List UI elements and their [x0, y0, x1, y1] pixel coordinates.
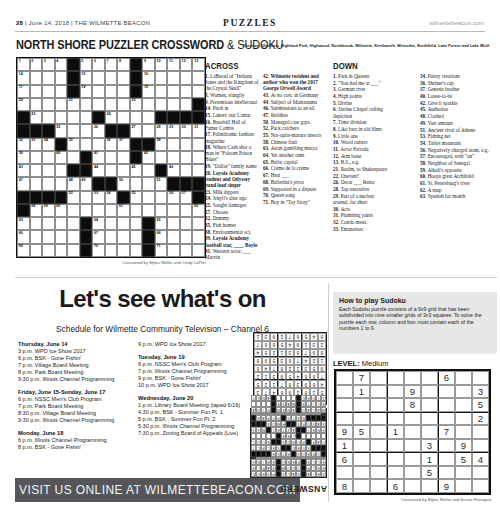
crossword-cell[interactable]: 34	[42, 138, 55, 151]
crossword-cell[interactable]	[30, 217, 43, 230]
crossword-cell[interactable]	[117, 151, 130, 164]
tv-day-header: Wednesday, June 20	[138, 395, 250, 402]
crossword-cell[interactable]	[155, 98, 168, 111]
sudoku-cell[interactable]	[370, 425, 387, 439]
crossword-cell[interactable]: 55	[130, 191, 143, 204]
crossword-cell[interactable]	[155, 151, 168, 164]
crossword-cell[interactable]	[192, 85, 205, 98]
sudoku-cell[interactable]	[455, 398, 472, 412]
crossword-cell[interactable]: 18	[80, 85, 93, 98]
tv-schedule-group: Wednesday, June 201 p.m. Library Board M…	[138, 395, 250, 437]
crossword-cell[interactable]: 46	[167, 164, 180, 177]
clue: 10. Wood cutters	[333, 139, 390, 145]
crossword-cell[interactable]	[67, 204, 80, 217]
crossword-cell[interactable]: 4	[55, 58, 68, 71]
sudoku-cell[interactable]	[455, 479, 472, 493]
sudoku-cell[interactable]	[336, 385, 353, 399]
crossword-cell[interactable]	[30, 98, 43, 111]
sudoku-cell[interactable]	[421, 479, 438, 493]
sudoku-cell[interactable]	[387, 452, 404, 466]
crossword-cell[interactable]: 32	[17, 138, 30, 151]
crossword-cell[interactable]	[155, 191, 168, 204]
clue-number: 3	[44, 59, 46, 64]
crossword-cell[interactable]: 17	[17, 85, 30, 98]
crossword-cell[interactable]: 40	[55, 151, 68, 164]
crossword-cell[interactable]	[105, 164, 118, 177]
crossword-cell[interactable]	[42, 111, 55, 124]
sudoku-cell[interactable]	[387, 398, 404, 412]
crossword-cell[interactable]	[142, 191, 155, 204]
sudoku-cell[interactable]	[353, 398, 370, 412]
crossword-cell[interactable]	[180, 151, 193, 164]
crossword-cell[interactable]: 11	[167, 58, 180, 71]
crossword-cell: E	[306, 459, 311, 465]
crossword-cell[interactable]: 9	[142, 58, 155, 71]
crossword-cell[interactable]: 63	[17, 217, 30, 230]
sudoku-cell[interactable]	[421, 425, 438, 439]
crossword-cell[interactable]	[30, 164, 43, 177]
sudoku-cell[interactable]	[370, 385, 387, 399]
crossword-cell[interactable]	[105, 204, 118, 217]
crossword-cell: D	[311, 395, 316, 401]
crossword-cell[interactable]: 15	[80, 71, 93, 84]
crossword-cell[interactable]	[42, 98, 55, 111]
crossword-cell[interactable]	[42, 71, 55, 84]
crossword-cell[interactable]	[55, 230, 68, 243]
crossword-cell[interactable]	[180, 71, 193, 84]
crossword-cell[interactable]	[192, 230, 205, 243]
crossword-cell[interactable]	[55, 217, 68, 230]
crossword-cell[interactable]: 33	[30, 138, 43, 151]
sudoku-cell[interactable]	[455, 412, 472, 426]
crossword-cell[interactable]	[55, 177, 68, 190]
crossword-cell[interactable]	[167, 85, 180, 98]
crossword-cell[interactable]	[105, 85, 118, 98]
crossword-cell[interactable]	[167, 217, 180, 230]
crossword-cell[interactable]: 62	[192, 204, 205, 217]
crossword-cell[interactable]: 25	[55, 124, 68, 137]
crossword-cell[interactable]	[42, 177, 55, 190]
sudoku-cell[interactable]	[472, 371, 489, 385]
crossword-cell[interactable]	[117, 85, 130, 98]
crossword-cell[interactable]	[167, 71, 180, 84]
crossword-cell[interactable]: 30	[180, 124, 193, 137]
sudoku-cell[interactable]	[387, 385, 404, 399]
crossword-cell[interactable]: 14	[17, 71, 30, 84]
crossword-cell[interactable]: 50	[117, 177, 130, 190]
crossword-cell[interactable]	[180, 98, 193, 111]
across-header: ACROSS	[205, 60, 238, 71]
crossword-cell[interactable]	[42, 151, 55, 164]
crossword-cell[interactable]: 66	[17, 230, 30, 243]
crossword-cell[interactable]	[55, 111, 68, 124]
crossword-cell	[311, 457, 316, 459]
sudoku-cell[interactable]	[438, 439, 455, 453]
crossword-cell[interactable]	[167, 98, 180, 111]
clue: 42. Wilmette resident and author who won…	[263, 73, 322, 91]
crossword-cell[interactable]	[142, 111, 155, 124]
crossword-cell[interactable]	[105, 244, 118, 257]
clue: 68. Ballerina's pivot	[263, 179, 322, 185]
crossword-cell: M	[281, 465, 286, 471]
crossword-black-cell	[130, 151, 143, 164]
crossword-cell[interactable]: 10	[155, 58, 168, 71]
crossword-cell[interactable]: 38	[155, 138, 168, 151]
crossword-cell[interactable]: 53	[92, 191, 105, 204]
crossword-cell[interactable]	[30, 230, 43, 243]
crossword-cell[interactable]: 23	[30, 111, 43, 124]
crossword-cell[interactable]: 52	[67, 191, 80, 204]
crossword-cell[interactable]: 65	[155, 217, 168, 230]
crossword-cell[interactable]	[42, 230, 55, 243]
crossword-cell[interactable]: 59	[42, 204, 55, 217]
crossword-cell[interactable]	[80, 124, 93, 137]
sudoku-cell[interactable]	[336, 466, 353, 480]
tv-schedule-group: Thursday, June 143 p.m. WPD Ice Show 201…	[18, 341, 136, 383]
sudoku-cell[interactable]	[336, 371, 353, 385]
sudoku-cell[interactable]	[421, 412, 438, 426]
clue: 47. Relishes	[263, 112, 322, 118]
sudoku-cell[interactable]	[353, 452, 370, 466]
crossword-black-cell	[276, 471, 281, 477]
crossword-cell[interactable]	[92, 98, 105, 111]
crossword-cell[interactable]: 24	[105, 111, 118, 124]
crossword-cell[interactable]	[67, 151, 80, 164]
crossword-cell[interactable]	[192, 217, 205, 230]
crossword-cell[interactable]	[92, 204, 105, 217]
across-clues-col2: 42. Wilmette resident and author who won…	[263, 73, 322, 206]
crossword-cell[interactable]: 60	[55, 204, 68, 217]
crossword-cell[interactable]	[192, 244, 205, 257]
sudoku-cell[interactable]	[472, 466, 489, 480]
crossword-cell[interactable]	[30, 71, 43, 84]
sudoku-cell[interactable]	[421, 398, 438, 412]
crossword-cell	[251, 413, 256, 415]
crossword-cell[interactable]	[105, 217, 118, 230]
sudoku-cell[interactable]	[404, 425, 421, 439]
crossword-cell[interactable]	[55, 164, 68, 177]
sudoku-cell: 3	[286, 349, 294, 357]
sudoku-cell: 7	[278, 380, 286, 388]
crossword-black-cell	[296, 395, 301, 401]
crossword-cell[interactable]	[80, 98, 93, 111]
crossword-cell[interactable]: 8	[117, 58, 130, 71]
crossword-cell[interactable]	[142, 204, 155, 217]
sudoku-cell: 1	[294, 365, 302, 373]
crossword-cell[interactable]	[80, 191, 93, 204]
crossword-cell[interactable]: 13	[192, 58, 205, 71]
sudoku-instructions-title: How to play Sudoku	[339, 297, 491, 304]
sudoku-cell: 5	[310, 365, 318, 373]
crossword-cell[interactable]: 12	[180, 58, 193, 71]
sudoku-cell[interactable]	[455, 371, 472, 385]
crossword-cell[interactable]	[155, 85, 168, 98]
sudoku-cell[interactable]	[404, 412, 421, 426]
crossword-cell[interactable]: 68	[155, 230, 168, 243]
crossword-cell[interactable]: 29	[167, 124, 180, 137]
crossword-cell[interactable]: 67	[92, 230, 105, 243]
crossword-cell[interactable]	[30, 151, 43, 164]
crossword-cell[interactable]: 47	[17, 177, 30, 190]
crossword-cell[interactable]	[42, 85, 55, 98]
clue: 27. Choose	[205, 209, 260, 215]
sudoku-cell[interactable]	[455, 385, 472, 399]
sudoku-cell[interactable]	[370, 452, 387, 466]
crossword-cell[interactable]	[105, 230, 118, 243]
crossword-cell[interactable]	[67, 124, 80, 137]
crossword-cell[interactable]	[55, 98, 68, 111]
crossword-cell[interactable]	[180, 164, 193, 177]
sudoku-cell[interactable]	[404, 371, 421, 385]
sudoku-cell[interactable]	[370, 412, 387, 426]
crossword-cell[interactable]	[155, 71, 168, 84]
clue: 50. Managed care grps.	[263, 119, 322, 125]
sudoku-grid: 76193852951713961545869	[334, 369, 491, 495]
crossword-cell[interactable]: 48	[67, 177, 80, 190]
crossword-cell[interactable]	[92, 71, 105, 84]
crossword-cell[interactable]	[55, 85, 68, 98]
sudoku-cell[interactable]	[438, 412, 455, 426]
crossword-cell[interactable]: 41	[92, 151, 105, 164]
crossword-black-cell	[180, 177, 193, 190]
crossword-cell[interactable]	[167, 244, 180, 257]
crossword-cell[interactable]: 22	[130, 98, 143, 111]
crossword-cell[interactable]: 42	[142, 151, 155, 164]
crossword-cell[interactable]	[192, 138, 205, 151]
crossword-cell[interactable]	[192, 151, 205, 164]
crossword-cell[interactable]: 5	[80, 58, 93, 71]
crossword-cell[interactable]: 64	[92, 217, 105, 230]
clue: 1. LaBeouf of "Indiana Jones and the Kin…	[205, 73, 260, 91]
sudoku-cell: 8	[270, 341, 278, 349]
crossword-cell[interactable]	[42, 164, 55, 177]
crossword-cell[interactable]: 31	[192, 124, 205, 137]
sudoku-cell[interactable]	[353, 412, 370, 426]
clue-number: 10	[157, 59, 161, 64]
crossword-cell[interactable]: 57	[180, 191, 193, 204]
crossword-cell[interactable]	[142, 98, 155, 111]
crossword-cell[interactable]: 21	[67, 98, 80, 111]
crossword-cell[interactable]	[142, 164, 155, 177]
crossword-cell[interactable]: 7	[105, 58, 118, 71]
crossword-cell: A	[316, 421, 321, 427]
crossword-cell[interactable]	[130, 217, 143, 230]
crossword-cell: D	[291, 445, 296, 451]
crossword-cell[interactable]	[167, 204, 180, 217]
crossword-cell[interactable]	[180, 85, 193, 98]
crossword-cell[interactable]: 70	[92, 244, 105, 257]
crossword-cell[interactable]	[167, 138, 180, 151]
crossword-black-cell	[130, 58, 143, 71]
crossword-cell[interactable]	[117, 244, 130, 257]
crossword-cell[interactable]: 35	[67, 138, 80, 151]
crossword-cell[interactable]	[55, 71, 68, 84]
crossword-black-cell	[271, 439, 276, 445]
crossword-cell[interactable]	[30, 244, 43, 257]
crossword-cell[interactable]	[105, 98, 118, 111]
crossword-cell[interactable]	[180, 204, 193, 217]
clue-number: 37	[119, 138, 123, 143]
clue: 4. High points	[333, 93, 390, 99]
sudoku-cell: 9	[455, 439, 472, 453]
crossword-cell: A	[286, 401, 291, 407]
crossword-cell[interactable]	[117, 217, 130, 230]
crossword-cell	[306, 457, 311, 459]
sudoku-cell[interactable]	[353, 439, 370, 453]
crossword-cell: P	[306, 465, 311, 471]
crossword-cell[interactable]: 36	[105, 138, 118, 151]
sudoku-cell[interactable]	[455, 425, 472, 439]
crossword-cell[interactable]	[117, 230, 130, 243]
crossword-cell[interactable]	[180, 217, 193, 230]
crossword-cell[interactable]	[117, 98, 130, 111]
sudoku-cell[interactable]	[472, 439, 489, 453]
crossword-cell[interactable]: 43	[17, 164, 30, 177]
crossword-cell[interactable]: 56	[167, 191, 180, 204]
crossword-cell[interactable]: 44	[92, 164, 105, 177]
crossword-cell[interactable]: 20	[17, 98, 30, 111]
sudoku-cell[interactable]	[387, 466, 404, 480]
sudoku-cell[interactable]	[421, 385, 438, 399]
crossword-cell[interactable]: 71	[155, 244, 168, 257]
crossword-cell[interactable]	[180, 244, 193, 257]
crossword-cell[interactable]: 37	[117, 138, 130, 151]
crossword-cell[interactable]	[30, 85, 43, 98]
crossword-cell[interactable]	[55, 244, 68, 257]
crossword-cell[interactable]	[167, 151, 180, 164]
crossword-cell[interactable]	[92, 138, 105, 151]
crossword-black-cell	[261, 421, 266, 427]
crossword-cell[interactable]	[180, 230, 193, 243]
sudoku-cell[interactable]	[370, 371, 387, 385]
sudoku-cell[interactable]	[404, 452, 421, 466]
sudoku-cell[interactable]	[421, 371, 438, 385]
crossword-black-cell	[251, 451, 256, 457]
crossword-cell[interactable]	[67, 230, 80, 243]
crossword-cell[interactable]: 19	[142, 85, 155, 98]
crossword-cell	[316, 457, 321, 459]
crossword-cell[interactable]: 69	[17, 244, 30, 257]
crossword-cell: C	[261, 439, 266, 445]
clue-number: 68	[157, 231, 161, 236]
clue: 55. Not-quite-mature insects	[263, 132, 322, 138]
crossword-cell: H	[286, 451, 291, 457]
sudoku-cell[interactable]	[387, 439, 404, 453]
sudoku-cell[interactable]	[387, 371, 404, 385]
crossword-cell[interactable]: 51	[155, 177, 168, 190]
crossword-cell[interactable]: 61	[117, 204, 130, 217]
crossword-cell	[301, 413, 306, 415]
crossword-cell[interactable]	[130, 177, 143, 190]
sudoku-cell[interactable]	[438, 452, 455, 466]
crossword-cell: E	[281, 407, 286, 413]
crossword-cell[interactable]	[180, 138, 193, 151]
crossword-cell[interactable]	[142, 124, 155, 137]
crossword-cell[interactable]	[130, 111, 143, 124]
crossword-cell[interactable]	[192, 71, 205, 84]
crossword-cell: V	[311, 421, 316, 427]
crossword-cell[interactable]	[42, 244, 55, 257]
sudoku-cell[interactable]	[404, 439, 421, 453]
crossword-black-cell	[251, 415, 256, 421]
crossword-cell[interactable]	[130, 230, 143, 243]
crossword-cell[interactable]	[67, 244, 80, 257]
sudoku-cell[interactable]	[336, 398, 353, 412]
sudoku-cell[interactable]	[370, 466, 387, 480]
crossword-cell[interactable]	[192, 164, 205, 177]
crossword-cell[interactable]: 45	[130, 164, 143, 177]
crossword-cell[interactable]: 3	[42, 58, 55, 71]
crossword-cell[interactable]	[80, 111, 93, 124]
sudoku-cell[interactable]	[336, 412, 353, 426]
sudoku-cell[interactable]	[438, 385, 455, 399]
sudoku-cell[interactable]	[404, 479, 421, 493]
crossword-cell[interactable]: 28	[155, 124, 168, 137]
sudoku-cell[interactable]	[370, 398, 387, 412]
crossword-cell[interactable]	[142, 177, 155, 190]
crossword-cell[interactable]	[117, 71, 130, 84]
sudoku-cell[interactable]	[370, 479, 387, 493]
crossword-cell[interactable]	[130, 244, 143, 257]
sudoku-cell[interactable]	[370, 439, 387, 453]
crossword-black-cell	[251, 421, 256, 427]
clue-number: 54	[106, 191, 110, 196]
crossword-cell[interactable]	[42, 217, 55, 230]
sudoku-cell[interactable]	[472, 425, 489, 439]
crossword-cell[interactable]: 39	[17, 151, 30, 164]
crossword-cell: A	[306, 471, 311, 477]
crossword-cell[interactable]	[105, 71, 118, 84]
clue-number: 28	[157, 125, 161, 130]
sudoku-cell: 8	[278, 365, 286, 373]
crossword-cell[interactable]	[30, 177, 43, 190]
crossword-cell[interactable]	[80, 138, 93, 151]
crossword-cell[interactable]: 54	[105, 191, 118, 204]
sudoku-cell[interactable]	[438, 398, 455, 412]
sudoku-cell: 6	[310, 380, 318, 388]
crossword-cell[interactable]	[130, 204, 143, 217]
crossword-cell[interactable]	[155, 204, 168, 217]
sudoku-cell[interactable]	[455, 466, 472, 480]
crossword-cell: R	[261, 465, 266, 471]
sudoku-cell[interactable]	[438, 466, 455, 480]
sudoku-cell[interactable]	[404, 466, 421, 480]
crossword-black-cell	[142, 244, 155, 257]
sudoku-cell[interactable]	[353, 466, 370, 480]
crossword-cell[interactable]: 27	[130, 124, 143, 137]
crossword-cell[interactable]	[67, 217, 80, 230]
sudoku-cell[interactable]	[353, 479, 370, 493]
crossword-cell[interactable]	[105, 151, 118, 164]
crossword-cell[interactable]: 58	[30, 204, 43, 217]
crossword-cell[interactable]	[167, 230, 180, 243]
sudoku-cell[interactable]	[472, 479, 489, 493]
sudoku-cell[interactable]	[387, 412, 404, 426]
crossword-cell[interactable]: 16	[142, 71, 155, 84]
crossword-cell[interactable]: 26	[92, 124, 105, 137]
crossword-cell[interactable]	[117, 164, 130, 177]
crossword-cell[interactable]	[117, 111, 130, 124]
crossword-cell[interactable]	[67, 111, 80, 124]
clue: 15. Lakers' star Lamar	[205, 112, 260, 118]
crossword-cell[interactable]	[92, 85, 105, 98]
crossword-cell[interactable]: 6	[92, 58, 105, 71]
crossword-cell[interactable]: 1	[17, 58, 30, 71]
clue-number: 42	[144, 151, 148, 156]
crossword-cell[interactable]: 49	[80, 177, 93, 190]
crossword-cell[interactable]	[80, 204, 93, 217]
crossword-cell[interactable]: 2	[30, 58, 43, 71]
